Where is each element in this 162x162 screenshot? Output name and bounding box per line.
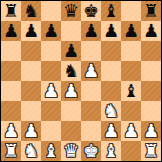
- square-a8[interactable]: ♜: [1, 1, 21, 21]
- square-a4[interactable]: [1, 81, 21, 101]
- square-g2[interactable]: ♟: [121, 121, 141, 141]
- square-d5[interactable]: ♞: [61, 61, 81, 81]
- white-pawn[interactable]: ♟: [3, 121, 19, 141]
- square-f3[interactable]: ♞: [101, 101, 121, 121]
- square-h6[interactable]: [141, 41, 161, 61]
- square-b7[interactable]: ♟: [21, 21, 41, 41]
- white-queen[interactable]: ♛: [63, 141, 79, 161]
- square-a6[interactable]: [1, 41, 21, 61]
- square-h1[interactable]: ♜: [141, 141, 161, 161]
- square-g6[interactable]: [121, 41, 141, 61]
- square-c5[interactable]: [41, 61, 61, 81]
- white-pawn[interactable]: ♟: [103, 121, 119, 141]
- black-pawn[interactable]: ♟: [23, 21, 39, 41]
- square-h2[interactable]: ♟: [141, 121, 161, 141]
- square-f7[interactable]: ♟: [101, 21, 121, 41]
- square-d2[interactable]: [61, 121, 81, 141]
- square-b3[interactable]: [21, 101, 41, 121]
- square-g4[interactable]: ♝: [121, 81, 141, 101]
- black-pawn[interactable]: ♟: [103, 21, 119, 41]
- white-pawn[interactable]: ♟: [43, 81, 59, 101]
- square-f5[interactable]: [101, 61, 121, 81]
- chess-board: ♜♞♛♚♝♜♟♟♟♟♟♟♟♟♞♟♟♟♝♞♟♟♟♟♟♜♞♝♛♚♝♜: [0, 0, 162, 162]
- square-g8[interactable]: [121, 1, 141, 21]
- black-queen[interactable]: ♛: [63, 1, 79, 21]
- square-e1[interactable]: ♚: [81, 141, 101, 161]
- square-e7[interactable]: ♟: [81, 21, 101, 41]
- square-b1[interactable]: ♞: [21, 141, 41, 161]
- square-a2[interactable]: ♟: [1, 121, 21, 141]
- square-e2[interactable]: [81, 121, 101, 141]
- black-bishop[interactable]: ♝: [103, 1, 119, 21]
- square-h7[interactable]: ♟: [141, 21, 161, 41]
- square-f6[interactable]: [101, 41, 121, 61]
- square-a1[interactable]: ♜: [1, 141, 21, 161]
- square-a7[interactable]: ♟: [1, 21, 21, 41]
- white-pawn[interactable]: ♟: [83, 61, 99, 81]
- black-rook[interactable]: ♜: [3, 1, 19, 21]
- white-king[interactable]: ♚: [83, 141, 99, 161]
- black-pawn[interactable]: ♟: [3, 21, 19, 41]
- white-bishop[interactable]: ♝: [103, 141, 119, 161]
- square-d8[interactable]: ♛: [61, 1, 81, 21]
- square-f4[interactable]: [101, 81, 121, 101]
- square-e4[interactable]: [81, 81, 101, 101]
- black-bishop[interactable]: ♝: [123, 81, 139, 101]
- white-pawn[interactable]: ♟: [143, 121, 159, 141]
- black-king[interactable]: ♚: [83, 1, 99, 21]
- black-knight[interactable]: ♞: [23, 1, 39, 21]
- white-pawn[interactable]: ♟: [63, 81, 79, 101]
- square-d3[interactable]: [61, 101, 81, 121]
- square-g3[interactable]: [121, 101, 141, 121]
- square-g1[interactable]: [121, 141, 141, 161]
- square-h8[interactable]: ♜: [141, 1, 161, 21]
- square-e5[interactable]: ♟: [81, 61, 101, 81]
- white-pawn[interactable]: ♟: [23, 121, 39, 141]
- square-d1[interactable]: ♛: [61, 141, 81, 161]
- black-knight[interactable]: ♞: [63, 61, 79, 81]
- square-c3[interactable]: [41, 101, 61, 121]
- square-e3[interactable]: [81, 101, 101, 121]
- square-e6[interactable]: [81, 41, 101, 61]
- square-d6[interactable]: ♟: [61, 41, 81, 61]
- white-rook[interactable]: ♜: [143, 141, 159, 161]
- square-g7[interactable]: ♟: [121, 21, 141, 41]
- square-a3[interactable]: [1, 101, 21, 121]
- black-rook[interactable]: ♜: [143, 1, 159, 21]
- square-e8[interactable]: ♚: [81, 1, 101, 21]
- white-knight[interactable]: ♞: [103, 101, 119, 121]
- black-pawn[interactable]: ♟: [63, 41, 79, 61]
- square-h4[interactable]: [141, 81, 161, 101]
- white-pawn[interactable]: ♟: [123, 121, 139, 141]
- square-c8[interactable]: [41, 1, 61, 21]
- square-a5[interactable]: [1, 61, 21, 81]
- black-pawn[interactable]: ♟: [123, 21, 139, 41]
- white-bishop[interactable]: ♝: [43, 141, 59, 161]
- square-b6[interactable]: [21, 41, 41, 61]
- square-d7[interactable]: [61, 21, 81, 41]
- square-h3[interactable]: [141, 101, 161, 121]
- black-pawn[interactable]: ♟: [143, 21, 159, 41]
- square-f8[interactable]: ♝: [101, 1, 121, 21]
- square-b2[interactable]: ♟: [21, 121, 41, 141]
- square-f2[interactable]: ♟: [101, 121, 121, 141]
- square-g5[interactable]: [121, 61, 141, 81]
- square-c4[interactable]: ♟: [41, 81, 61, 101]
- square-h5[interactable]: [141, 61, 161, 81]
- square-c6[interactable]: [41, 41, 61, 61]
- square-b5[interactable]: [21, 61, 41, 81]
- square-c1[interactable]: ♝: [41, 141, 61, 161]
- white-knight[interactable]: ♞: [23, 141, 39, 161]
- square-b4[interactable]: [21, 81, 41, 101]
- square-c7[interactable]: ♟: [41, 21, 61, 41]
- square-c2[interactable]: [41, 121, 61, 141]
- black-pawn[interactable]: ♟: [83, 21, 99, 41]
- square-b8[interactable]: ♞: [21, 1, 41, 21]
- square-f1[interactable]: ♝: [101, 141, 121, 161]
- black-pawn[interactable]: ♟: [43, 21, 59, 41]
- white-rook[interactable]: ♜: [3, 141, 19, 161]
- square-d4[interactable]: ♟: [61, 81, 81, 101]
